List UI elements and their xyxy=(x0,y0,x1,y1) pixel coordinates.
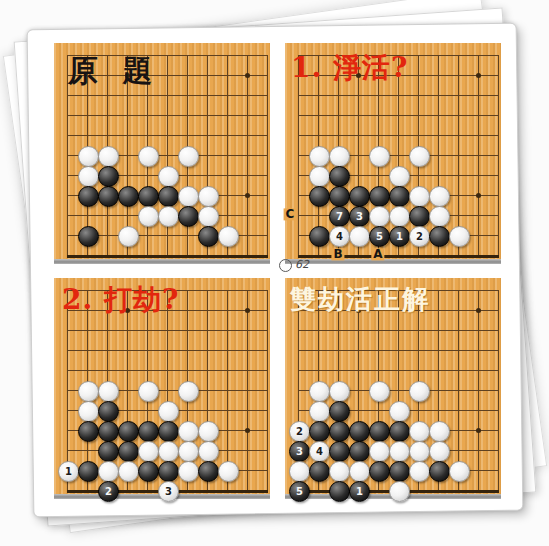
move-number: 2 xyxy=(410,227,429,246)
white-stone-move-4: 4 xyxy=(309,441,330,462)
black-stone xyxy=(329,166,350,187)
white-stone xyxy=(369,381,390,402)
black-stone xyxy=(98,166,119,187)
white-stone-move-3: 3 xyxy=(158,481,179,502)
black-stone xyxy=(138,186,159,207)
move-number: 3 xyxy=(350,207,369,226)
white-stone xyxy=(198,421,219,442)
black-stone-move-2: 2 xyxy=(98,481,119,502)
black-stone xyxy=(369,461,390,482)
white-stone xyxy=(449,461,470,482)
black-stone xyxy=(98,421,119,442)
black-stone-move-3: 3 xyxy=(289,441,310,462)
white-stone xyxy=(409,441,430,462)
white-stone xyxy=(309,146,330,167)
go-board-variation2: 2. 打劫? 123 xyxy=(54,278,270,499)
white-stone xyxy=(78,401,99,422)
black-stone xyxy=(158,186,179,207)
black-stone xyxy=(329,186,350,207)
point-label-B: B xyxy=(331,248,344,260)
black-stone xyxy=(118,441,139,462)
star-point xyxy=(245,193,250,198)
grid-line xyxy=(67,330,268,331)
black-stone-move-7: 7 xyxy=(329,206,350,227)
white-stone xyxy=(429,186,450,207)
white-stone xyxy=(198,206,219,227)
white-stone xyxy=(289,461,310,482)
grid-line xyxy=(267,290,268,492)
move-number: 5 xyxy=(370,227,389,246)
grid-line xyxy=(247,290,248,492)
white-stone xyxy=(98,381,119,402)
grid-line xyxy=(67,115,268,116)
white-stone xyxy=(309,381,330,402)
white-stone-move-2: 2 xyxy=(409,226,430,247)
white-stone xyxy=(409,381,430,402)
black-stone xyxy=(198,226,219,247)
move-number: 5 xyxy=(290,482,309,501)
white-stone xyxy=(409,421,430,442)
black-stone xyxy=(329,481,350,502)
black-stone xyxy=(389,186,410,207)
grid-line xyxy=(298,115,499,116)
move-number: 1 xyxy=(390,227,409,246)
black-stone xyxy=(349,186,370,207)
white-stone xyxy=(389,401,410,422)
watermark-count: 62 xyxy=(295,257,309,273)
black-stone xyxy=(429,226,450,247)
grid-line xyxy=(267,55,268,257)
black-stone xyxy=(78,186,99,207)
white-stone xyxy=(349,226,370,247)
white-stone xyxy=(329,461,350,482)
white-stone xyxy=(429,421,450,442)
black-stone xyxy=(98,441,119,462)
black-stone xyxy=(138,461,159,482)
grid-line xyxy=(67,135,268,136)
go-board-original: 原 題 xyxy=(54,43,270,264)
circle-icon xyxy=(279,259,292,272)
black-stone xyxy=(329,441,350,462)
white-stone xyxy=(178,186,199,207)
point-label-C: C xyxy=(284,208,297,220)
white-stone xyxy=(98,461,119,482)
move-number: 4 xyxy=(310,442,329,461)
white-stone xyxy=(389,481,410,502)
white-stone xyxy=(329,146,350,167)
black-stone xyxy=(98,186,119,207)
white-stone xyxy=(158,166,179,187)
star-point xyxy=(245,428,250,433)
diagram-content: 原 題 1. 淨活? 734512ABC 2. 打劫? 123 雙劫活正解 23… xyxy=(30,26,518,512)
white-stone-move-4: 4 xyxy=(329,226,350,247)
white-stone xyxy=(429,206,450,227)
white-stone xyxy=(198,186,219,207)
board-side-shadow xyxy=(54,259,270,264)
white-stone xyxy=(158,401,179,422)
grid-line xyxy=(67,370,268,371)
white-stone xyxy=(138,441,159,462)
black-stone xyxy=(118,186,139,207)
white-stone xyxy=(389,166,410,187)
white-stone xyxy=(158,441,179,462)
board-caption-variation2: 2. 打劫? xyxy=(62,281,179,319)
grid-line xyxy=(298,370,499,371)
move-number: 3 xyxy=(159,482,178,501)
white-stone xyxy=(158,206,179,227)
black-stone xyxy=(178,206,199,227)
black-stone xyxy=(409,206,430,227)
white-stone xyxy=(98,146,119,167)
move-number: 4 xyxy=(330,227,349,246)
white-stone xyxy=(78,146,99,167)
white-stone xyxy=(409,461,430,482)
black-stone xyxy=(329,401,350,422)
white-stone xyxy=(218,226,239,247)
board-side-shadow xyxy=(285,259,501,264)
white-stone xyxy=(369,146,390,167)
white-stone xyxy=(369,206,390,227)
move-number: 1 xyxy=(350,482,369,501)
grid-line xyxy=(298,350,499,351)
board-edge-line xyxy=(67,255,268,258)
go-board-correct-answer: 雙劫活正解 23451 xyxy=(285,278,501,499)
star-point xyxy=(476,73,481,78)
black-stone-move-5: 5 xyxy=(369,226,390,247)
black-stone xyxy=(309,461,330,482)
black-stone xyxy=(309,226,330,247)
black-stone xyxy=(78,461,99,482)
grid-line xyxy=(498,290,499,492)
grid-line xyxy=(478,55,479,257)
white-stone xyxy=(409,186,430,207)
grid-line xyxy=(498,55,499,257)
black-stone xyxy=(369,186,390,207)
white-stone xyxy=(178,421,199,442)
black-stone-move-3: 3 xyxy=(349,206,370,227)
white-stone xyxy=(198,441,219,462)
go-board-variation1: 1. 淨活? 734512ABC xyxy=(285,43,501,264)
star-point xyxy=(476,308,481,313)
white-stone xyxy=(449,226,470,247)
white-stone xyxy=(178,461,199,482)
white-stone xyxy=(329,381,350,402)
black-stone xyxy=(198,461,219,482)
grid-line xyxy=(247,55,248,257)
white-stone xyxy=(118,226,139,247)
black-stone-move-5: 5 xyxy=(289,481,310,502)
black-stone xyxy=(309,186,330,207)
views-watermark: 62 xyxy=(279,257,309,273)
white-stone xyxy=(309,401,330,422)
white-stone xyxy=(138,206,159,227)
white-stone xyxy=(369,441,390,462)
star-point xyxy=(245,73,250,78)
black-stone-move-1: 1 xyxy=(389,226,410,247)
white-stone xyxy=(389,441,410,462)
black-stone xyxy=(349,421,370,442)
star-point xyxy=(476,428,481,433)
white-stone xyxy=(218,461,239,482)
black-stone xyxy=(158,461,179,482)
black-stone xyxy=(349,441,370,462)
move-number: 1 xyxy=(59,462,78,481)
white-stone xyxy=(78,381,99,402)
white-stone xyxy=(178,146,199,167)
white-stone xyxy=(178,381,199,402)
grid-line xyxy=(67,350,268,351)
white-stone xyxy=(409,146,430,167)
black-stone xyxy=(78,421,99,442)
white-stone xyxy=(138,381,159,402)
white-stone xyxy=(178,441,199,462)
star-point xyxy=(245,308,250,313)
grid-line xyxy=(67,95,268,96)
board-caption-original: 原 題 xyxy=(68,51,159,92)
white-stone xyxy=(429,441,450,462)
white-stone xyxy=(78,166,99,187)
black-stone xyxy=(158,421,179,442)
move-number: 3 xyxy=(290,442,309,461)
white-stone xyxy=(349,461,370,482)
black-stone xyxy=(78,226,99,247)
black-stone xyxy=(429,461,450,482)
white-stone xyxy=(118,461,139,482)
grid-line xyxy=(298,330,499,331)
point-label-A: A xyxy=(371,248,384,260)
white-stone xyxy=(138,146,159,167)
black-stone xyxy=(118,421,139,442)
white-stone xyxy=(309,166,330,187)
board-caption-variation1: 1. 淨活? xyxy=(291,49,408,87)
black-stone xyxy=(309,421,330,442)
move-number: 2 xyxy=(99,482,118,501)
black-stone xyxy=(389,461,410,482)
grid-line xyxy=(478,290,479,492)
move-number: 2 xyxy=(290,422,309,441)
star-point xyxy=(476,193,481,198)
black-stone xyxy=(389,421,410,442)
grid-line xyxy=(298,95,499,96)
black-stone-move-1: 1 xyxy=(349,481,370,502)
black-stone xyxy=(98,401,119,422)
white-stone xyxy=(389,206,410,227)
board-edge-line xyxy=(298,255,499,258)
black-stone xyxy=(369,421,390,442)
white-stone-move-2: 2 xyxy=(289,421,310,442)
black-stone xyxy=(138,421,159,442)
grid-line xyxy=(298,135,499,136)
black-stone xyxy=(329,421,350,442)
white-stone-move-1: 1 xyxy=(58,461,79,482)
move-number: 7 xyxy=(330,207,349,226)
board-caption-correct-answer: 雙劫活正解 xyxy=(290,282,430,317)
